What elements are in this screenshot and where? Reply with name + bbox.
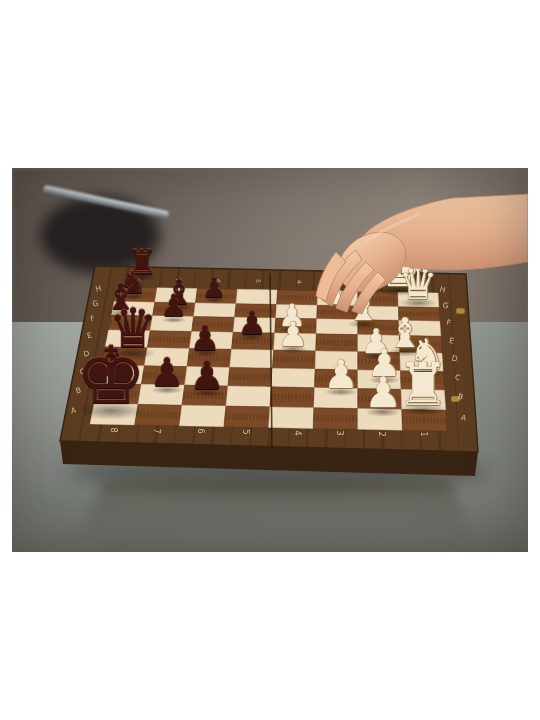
- photo-vignette: [12, 168, 528, 552]
- product-photo: ABCDEFGHABCDEFGH8765432187654321 ♜♚♞♟♛♝♝…: [12, 168, 528, 552]
- product-page: ABCDEFGHABCDEFGH8765432187654321 ♜♚♞♟♛♝♝…: [0, 0, 540, 720]
